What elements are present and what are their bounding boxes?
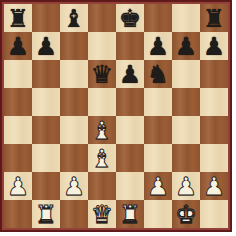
square-e6[interactable]: ♟ [116,60,144,88]
square-f2[interactable]: ♟ [144,172,172,200]
square-b4[interactable] [32,116,60,144]
square-e3[interactable] [116,144,144,172]
black-pawn[interactable]: ♟ [203,34,225,59]
square-a1[interactable] [4,200,32,228]
square-e4[interactable] [116,116,144,144]
square-c3[interactable] [60,144,88,172]
square-c1[interactable] [60,200,88,228]
white-king[interactable]: ♚ [175,202,197,227]
square-c5[interactable] [60,88,88,116]
square-g5[interactable] [172,88,200,116]
white-pawn[interactable]: ♟ [63,174,85,199]
black-pawn[interactable]: ♟ [35,34,57,59]
square-h4[interactable] [200,116,228,144]
white-pawn[interactable]: ♟ [147,174,169,199]
black-pawn[interactable]: ♟ [7,34,29,59]
square-g3[interactable] [172,144,200,172]
black-pawn[interactable]: ♟ [119,62,141,87]
square-f8[interactable] [144,4,172,32]
square-b5[interactable] [32,88,60,116]
board-frame: ♜♝♚♜♟♟♟♟♟♛♟♞♝♝♟♟♟♟♟♜♛♜♚ [0,0,232,232]
black-rook[interactable]: ♜ [203,6,225,31]
square-d1[interactable]: ♛ [88,200,116,228]
square-a4[interactable] [4,116,32,144]
square-c6[interactable] [60,60,88,88]
square-b2[interactable] [32,172,60,200]
black-knight[interactable]: ♞ [147,62,169,87]
square-a6[interactable] [4,60,32,88]
square-b8[interactable] [32,4,60,32]
square-h7[interactable]: ♟ [200,32,228,60]
square-d2[interactable] [88,172,116,200]
white-bishop[interactable]: ♝ [91,146,113,171]
square-a8[interactable]: ♜ [4,4,32,32]
square-e1[interactable]: ♜ [116,200,144,228]
black-pawn[interactable]: ♟ [175,34,197,59]
square-h1[interactable] [200,200,228,228]
square-d7[interactable] [88,32,116,60]
board-frame-inner: ♜♝♚♜♟♟♟♟♟♛♟♞♝♝♟♟♟♟♟♜♛♜♚ [2,2,230,230]
white-pawn[interactable]: ♟ [175,174,197,199]
square-c2[interactable]: ♟ [60,172,88,200]
square-a3[interactable] [4,144,32,172]
square-e7[interactable] [116,32,144,60]
square-h3[interactable] [200,144,228,172]
square-f7[interactable]: ♟ [144,32,172,60]
square-g1[interactable]: ♚ [172,200,200,228]
black-queen[interactable]: ♛ [91,62,113,87]
square-f3[interactable] [144,144,172,172]
white-bishop[interactable]: ♝ [91,118,113,143]
square-g2[interactable]: ♟ [172,172,200,200]
white-pawn[interactable]: ♟ [7,174,29,199]
square-f5[interactable] [144,88,172,116]
square-g8[interactable] [172,4,200,32]
square-c7[interactable] [60,32,88,60]
square-g4[interactable] [172,116,200,144]
black-rook[interactable]: ♜ [7,6,29,31]
square-b1[interactable]: ♜ [32,200,60,228]
square-c8[interactable]: ♝ [60,4,88,32]
black-bishop[interactable]: ♝ [63,6,85,31]
square-g7[interactable]: ♟ [172,32,200,60]
square-b6[interactable] [32,60,60,88]
square-b3[interactable] [32,144,60,172]
square-f6[interactable]: ♞ [144,60,172,88]
square-d3[interactable]: ♝ [88,144,116,172]
square-e8[interactable]: ♚ [116,4,144,32]
square-d5[interactable] [88,88,116,116]
square-a2[interactable]: ♟ [4,172,32,200]
square-d8[interactable] [88,4,116,32]
square-f1[interactable] [144,200,172,228]
square-h5[interactable] [200,88,228,116]
square-a7[interactable]: ♟ [4,32,32,60]
white-rook[interactable]: ♜ [119,202,141,227]
black-pawn[interactable]: ♟ [147,34,169,59]
square-b7[interactable]: ♟ [32,32,60,60]
white-queen[interactable]: ♛ [91,202,113,227]
white-rook[interactable]: ♜ [35,202,57,227]
chess-board: ♜♝♚♜♟♟♟♟♟♛♟♞♝♝♟♟♟♟♟♜♛♜♚ [4,4,228,228]
square-e5[interactable] [116,88,144,116]
square-d6[interactable]: ♛ [88,60,116,88]
black-king[interactable]: ♚ [119,6,141,31]
square-h8[interactable]: ♜ [200,4,228,32]
square-f4[interactable] [144,116,172,144]
square-h2[interactable]: ♟ [200,172,228,200]
square-g6[interactable] [172,60,200,88]
square-e2[interactable] [116,172,144,200]
white-pawn[interactable]: ♟ [203,174,225,199]
square-h6[interactable] [200,60,228,88]
square-d4[interactable]: ♝ [88,116,116,144]
square-c4[interactable] [60,116,88,144]
square-a5[interactable] [4,88,32,116]
